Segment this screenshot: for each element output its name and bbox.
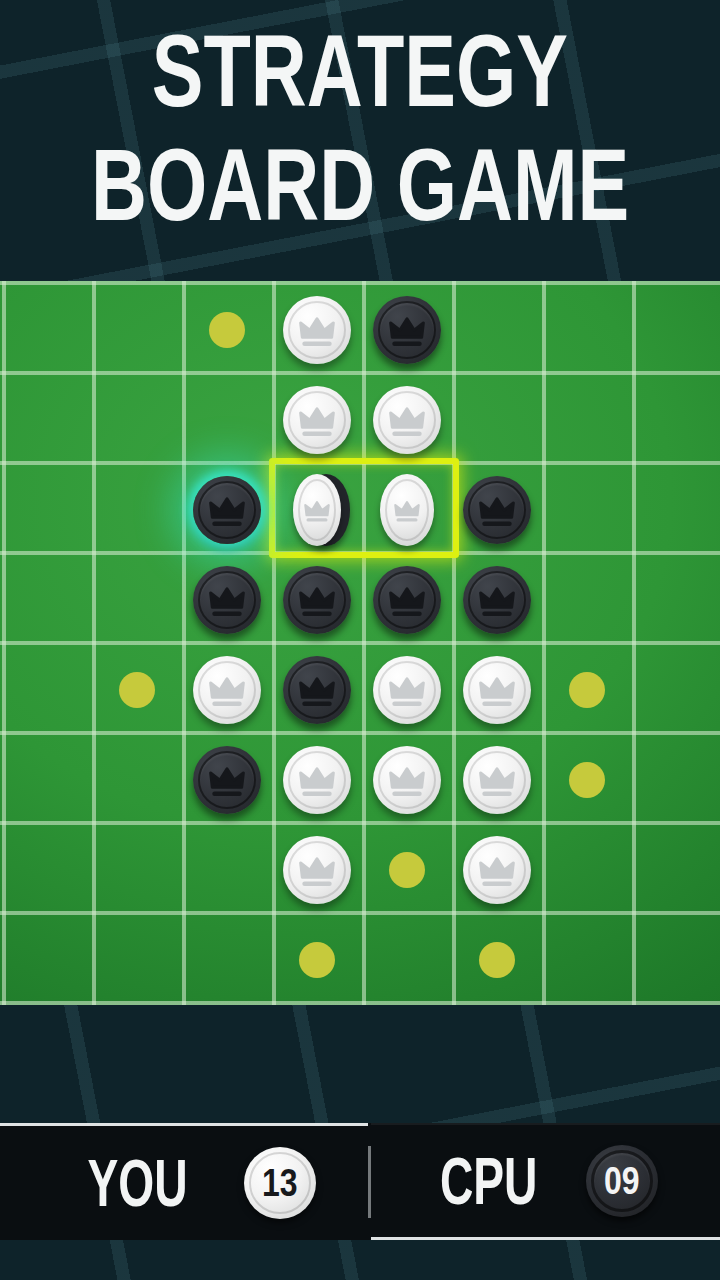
crown-icon xyxy=(386,672,428,709)
piece-black xyxy=(373,296,441,364)
crown-icon xyxy=(386,312,428,349)
piece-white xyxy=(283,836,351,904)
score-panel-cpu: CPU 09 xyxy=(371,1123,720,1240)
hint-dot[interactable] xyxy=(209,312,245,348)
crown-icon xyxy=(206,492,248,529)
cpu-score-disc: 09 xyxy=(586,1145,658,1217)
piece-black xyxy=(283,656,351,724)
page-title: STRATEGY BOARD GAME xyxy=(0,14,720,242)
you-score-disc: 13 xyxy=(244,1147,316,1219)
piece-white xyxy=(283,296,351,364)
piece-white xyxy=(373,656,441,724)
piece-white-flipping xyxy=(380,474,434,546)
piece-black xyxy=(463,566,531,634)
piece-black xyxy=(193,746,261,814)
crown-icon xyxy=(386,762,428,799)
crown-icon xyxy=(296,312,338,349)
crown-icon xyxy=(476,672,518,709)
hint-dot[interactable] xyxy=(569,762,605,798)
crown-icon xyxy=(206,582,248,619)
piece-white xyxy=(283,386,351,454)
score-panel-you: YOU 13 xyxy=(0,1123,368,1240)
piece-white xyxy=(463,656,531,724)
crown-icon xyxy=(476,492,518,529)
crown-icon xyxy=(296,672,338,709)
hint-dot[interactable] xyxy=(119,672,155,708)
title-line-1: STRATEGY xyxy=(0,14,720,128)
crown-icon xyxy=(476,852,518,889)
hint-dot[interactable] xyxy=(569,672,605,708)
crown-icon xyxy=(206,762,248,799)
crown-icon xyxy=(296,582,338,619)
piece-white xyxy=(463,836,531,904)
crown-icon xyxy=(386,402,428,439)
piece-white xyxy=(463,746,531,814)
piece-black-last-move xyxy=(193,476,261,544)
crown-icon xyxy=(296,762,338,799)
piece-black xyxy=(193,566,261,634)
cpu-label: CPU xyxy=(419,1148,558,1214)
you-label: YOU xyxy=(66,1150,209,1216)
crown-icon xyxy=(296,402,338,439)
crown-icon xyxy=(476,762,518,799)
score-bar: YOU 13 CPU 09 xyxy=(0,1123,720,1240)
crown-icon xyxy=(206,672,248,709)
hint-dot[interactable] xyxy=(479,942,515,978)
hint-dot[interactable] xyxy=(299,942,335,978)
piece-black xyxy=(373,566,441,634)
piece-black xyxy=(283,566,351,634)
piece-white xyxy=(283,746,351,814)
piece-black xyxy=(463,476,531,544)
crown-icon xyxy=(476,582,518,619)
crown-icon xyxy=(386,582,428,619)
crown-icon xyxy=(302,497,332,524)
crown-icon xyxy=(392,497,422,524)
title-line-2: BOARD GAME xyxy=(0,128,720,242)
piece-white xyxy=(193,656,261,724)
crown-icon xyxy=(296,852,338,889)
hint-dot[interactable] xyxy=(389,852,425,888)
piece-white xyxy=(373,386,441,454)
piece-white xyxy=(373,746,441,814)
piece-white-flipping xyxy=(293,474,341,546)
game-board[interactable] xyxy=(0,281,720,1005)
